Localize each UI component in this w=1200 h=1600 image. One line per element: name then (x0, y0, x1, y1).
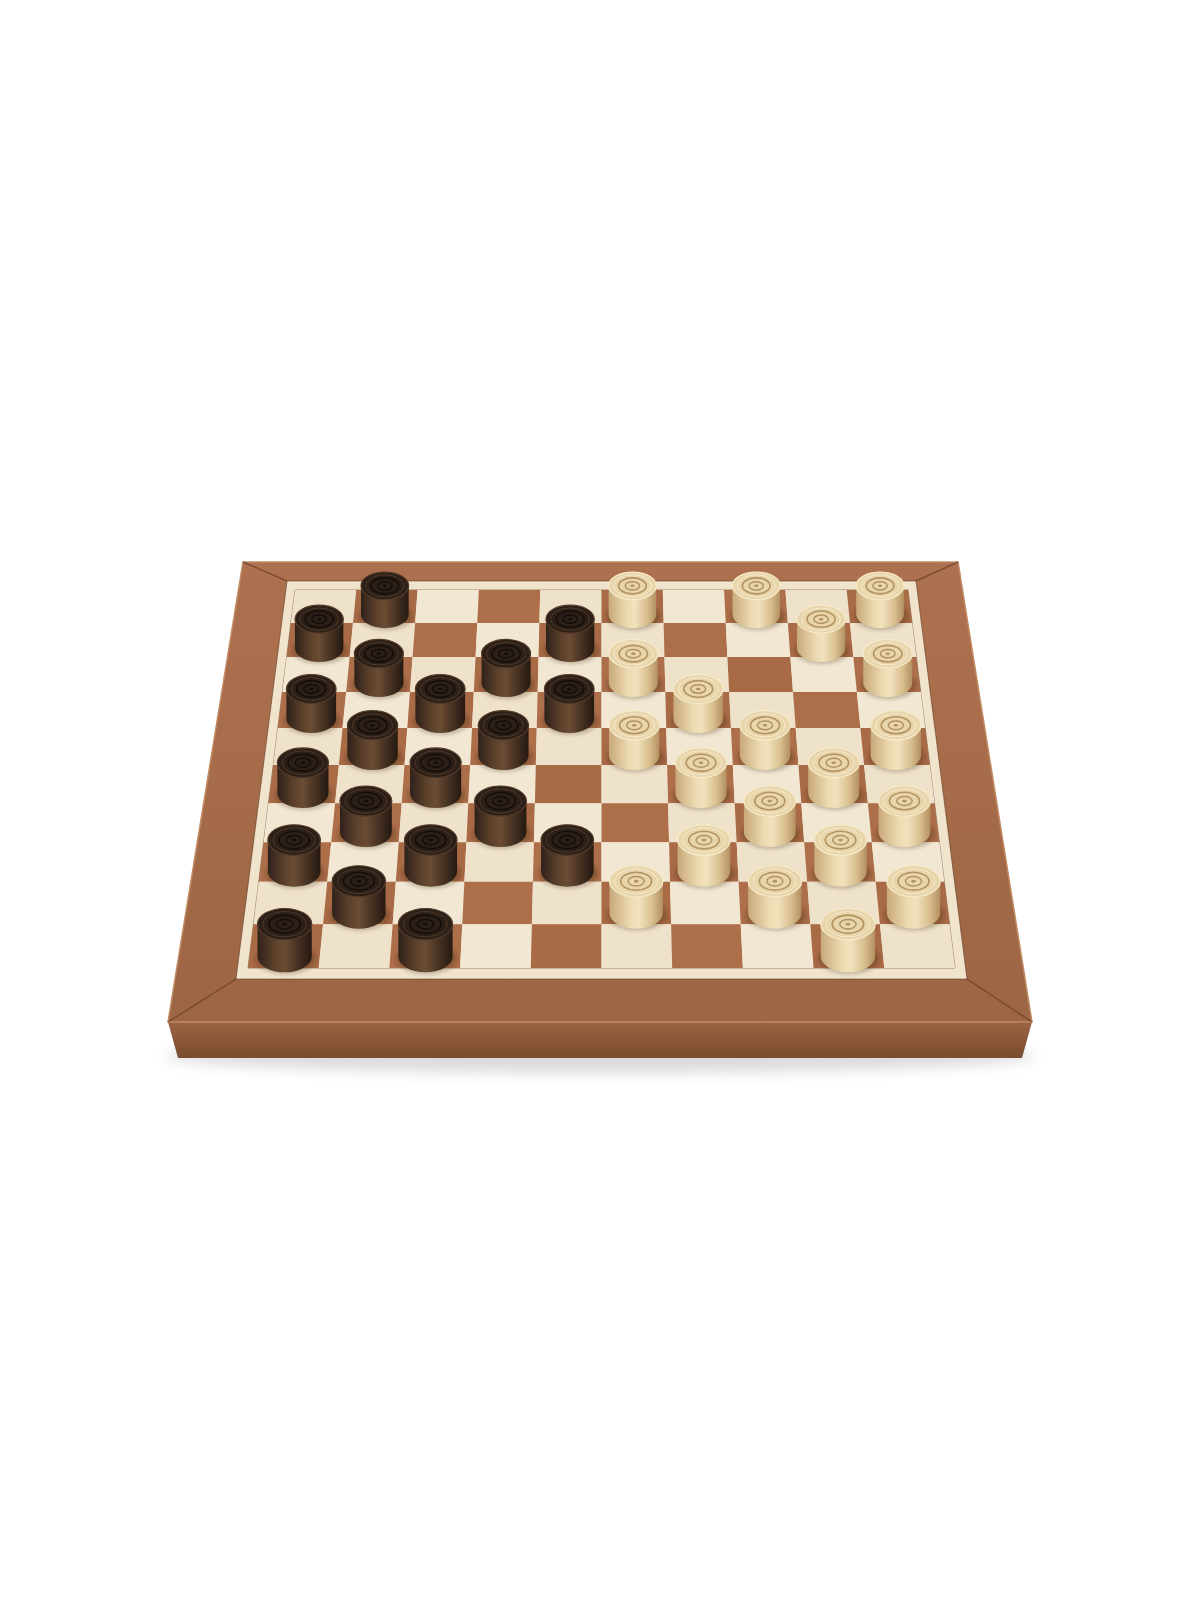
piece-center-dot (763, 724, 768, 727)
square-r2c3-dark[interactable] (413, 623, 478, 657)
piece-center-dot (364, 800, 369, 803)
piece-center-dot (631, 652, 635, 655)
piece-center-dot (438, 688, 442, 691)
piece-center-dot (282, 923, 287, 926)
light-checker-piece[interactable] (738, 711, 794, 772)
piece-center-dot (772, 880, 777, 883)
light-checker-piece[interactable] (673, 748, 730, 809)
square-r10c2-light[interactable] (319, 924, 393, 968)
square-r9c7-light[interactable] (670, 882, 741, 924)
square-r1c4-dark[interactable] (477, 590, 540, 623)
piece-center-dot (567, 688, 571, 691)
square-r1c7-light[interactable] (663, 590, 726, 623)
light-checker-piece[interactable] (806, 748, 863, 809)
square-r4c9-dark[interactable] (793, 692, 860, 728)
piece-center-dot (846, 923, 851, 926)
piece-center-dot (370, 724, 375, 727)
piece-center-dot (423, 923, 428, 926)
piece-center-dot (632, 724, 637, 727)
square-r7c6-dark[interactable] (602, 803, 670, 842)
light-checker-piece[interactable] (869, 711, 925, 772)
piece-center-dot (356, 880, 361, 883)
light-checker-piece[interactable] (731, 572, 784, 629)
square-r10c7-dark[interactable] (671, 924, 743, 968)
dark-checker-piece[interactable] (330, 866, 390, 930)
piece-center-dot (428, 839, 433, 842)
dark-checker-piece[interactable] (396, 908, 457, 973)
draughts-board-photo (0, 0, 1200, 1600)
light-checker-piece[interactable] (819, 908, 880, 973)
dark-checker-piece[interactable] (408, 748, 465, 809)
piece-center-dot (317, 618, 321, 621)
light-checker-piece[interactable] (861, 639, 916, 698)
dark-checker-piece[interactable] (255, 908, 316, 973)
square-r10c8-light[interactable] (741, 924, 814, 968)
dark-checker-piece[interactable] (539, 825, 598, 888)
piece-center-dot (630, 585, 634, 587)
dark-checker-piece[interactable] (284, 675, 340, 735)
piece-center-dot (878, 585, 882, 587)
piece-center-dot (383, 585, 387, 587)
piece-center-dot (911, 880, 916, 883)
piece-center-dot (565, 839, 570, 842)
dark-checker-piece[interactable] (472, 786, 530, 848)
piece-center-dot (696, 688, 700, 691)
piece-center-dot (301, 761, 306, 764)
square-r3c8-dark[interactable] (727, 657, 793, 692)
dark-checker-piece[interactable] (480, 639, 535, 698)
dark-checker-piece[interactable] (413, 675, 469, 735)
piece-center-dot (838, 839, 843, 842)
piece-center-dot (568, 618, 572, 621)
square-r9c5-light[interactable] (532, 882, 602, 924)
dark-checker-piece[interactable] (544, 605, 598, 663)
light-checker-piece[interactable] (607, 639, 662, 698)
piece-center-dot (634, 880, 639, 883)
piece-center-dot (377, 652, 381, 655)
dark-checker-piece[interactable] (275, 748, 332, 809)
piece-center-dot (292, 839, 297, 842)
dark-checker-piece[interactable] (359, 572, 412, 629)
product-photo-stage (0, 0, 1200, 1600)
piece-center-dot (754, 585, 758, 587)
light-checker-piece[interactable] (812, 825, 871, 888)
piece-center-dot (501, 724, 506, 727)
light-checker-piece[interactable] (742, 786, 800, 848)
square-r10c10-light[interactable] (880, 924, 955, 968)
piece-center-dot (702, 839, 707, 842)
piece-center-dot (819, 618, 823, 621)
square-r10c5-dark[interactable] (531, 924, 602, 968)
dark-checker-piece[interactable] (352, 639, 407, 698)
dark-checker-piece[interactable] (542, 675, 598, 735)
light-checker-piece[interactable] (607, 711, 663, 772)
piece-center-dot (309, 688, 313, 691)
light-checker-piece[interactable] (854, 572, 907, 629)
dark-checker-piece[interactable] (338, 786, 396, 848)
dark-checker-piece[interactable] (345, 711, 401, 772)
light-checker-piece[interactable] (795, 605, 849, 663)
piece-center-dot (767, 800, 772, 803)
dark-checker-piece[interactable] (293, 605, 347, 663)
piece-center-dot (433, 761, 438, 764)
piece-center-dot (498, 800, 503, 803)
piece-center-dot (699, 761, 704, 764)
piece-center-dot (504, 652, 508, 655)
light-checker-piece[interactable] (876, 786, 934, 848)
piece-center-dot (886, 652, 890, 655)
square-r1c3-light[interactable] (415, 590, 479, 623)
square-r10c6-light[interactable] (602, 924, 673, 968)
light-checker-piece[interactable] (607, 572, 660, 629)
square-r2c7-dark[interactable] (664, 623, 728, 657)
dark-checker-piece[interactable] (266, 825, 325, 888)
light-checker-piece[interactable] (607, 866, 667, 930)
dark-checker-piece[interactable] (402, 825, 461, 888)
piece-center-dot (894, 724, 899, 727)
light-checker-piece[interactable] (675, 825, 734, 888)
square-r10c4-light[interactable] (460, 924, 532, 968)
piece-center-dot (902, 800, 907, 803)
piece-center-dot (831, 761, 836, 764)
light-checker-piece[interactable] (671, 675, 727, 735)
dark-checker-piece[interactable] (476, 711, 532, 772)
board-front-edge (168, 1022, 1032, 1058)
light-checker-piece[interactable] (885, 866, 945, 930)
light-checker-piece[interactable] (746, 866, 806, 930)
square-r6c5-dark[interactable] (535, 765, 602, 803)
square-r9c4-dark[interactable] (462, 882, 533, 924)
